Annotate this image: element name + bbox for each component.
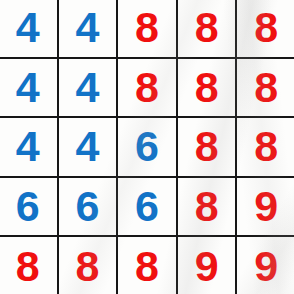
- grid-cell-r3c5[interactable]: 8: [236, 117, 294, 177]
- grid-cell-r2c1[interactable]: 4: [0, 58, 58, 118]
- grid-cell-r2c3[interactable]: 8: [117, 58, 177, 118]
- grid-cell-r5c4[interactable]: 9: [177, 236, 237, 294]
- puzzle-board: 4488844888446886668988899: [0, 0, 294, 294]
- grid-cell-r2c2[interactable]: 4: [58, 58, 118, 118]
- grid-cell-r4c4[interactable]: 8: [177, 177, 237, 237]
- grid-cell-r4c1[interactable]: 6: [0, 177, 58, 237]
- grid-cell-r4c2[interactable]: 6: [58, 177, 118, 237]
- grid-cell-r1c3[interactable]: 8: [117, 0, 177, 58]
- grid-cell-r3c1[interactable]: 4: [0, 117, 58, 177]
- grid-cell-r4c3[interactable]: 6: [117, 177, 177, 237]
- grid-cell-r5c1[interactable]: 8: [0, 236, 58, 294]
- grid-cell-r1c4[interactable]: 8: [177, 0, 237, 58]
- grid-cell-r1c2[interactable]: 4: [58, 0, 118, 58]
- grid-cell-r5c5[interactable]: 9: [236, 236, 294, 294]
- grid-cell-r3c2[interactable]: 4: [58, 117, 118, 177]
- grid-cell-r5c3[interactable]: 8: [117, 236, 177, 294]
- grid-cell-r3c3[interactable]: 6: [117, 117, 177, 177]
- grid-cell-r3c4[interactable]: 8: [177, 117, 237, 177]
- grid-cell-r1c1[interactable]: 4: [0, 0, 58, 58]
- grid-cell-r2c4[interactable]: 8: [177, 58, 237, 118]
- grid-cell-r5c2[interactable]: 8: [58, 236, 118, 294]
- grid-cell-r2c5[interactable]: 8: [236, 58, 294, 118]
- number-grid: 4488844888446886668988899: [0, 0, 294, 294]
- grid-cell-r4c5[interactable]: 9: [236, 177, 294, 237]
- grid-cell-r1c5[interactable]: 8: [236, 0, 294, 58]
